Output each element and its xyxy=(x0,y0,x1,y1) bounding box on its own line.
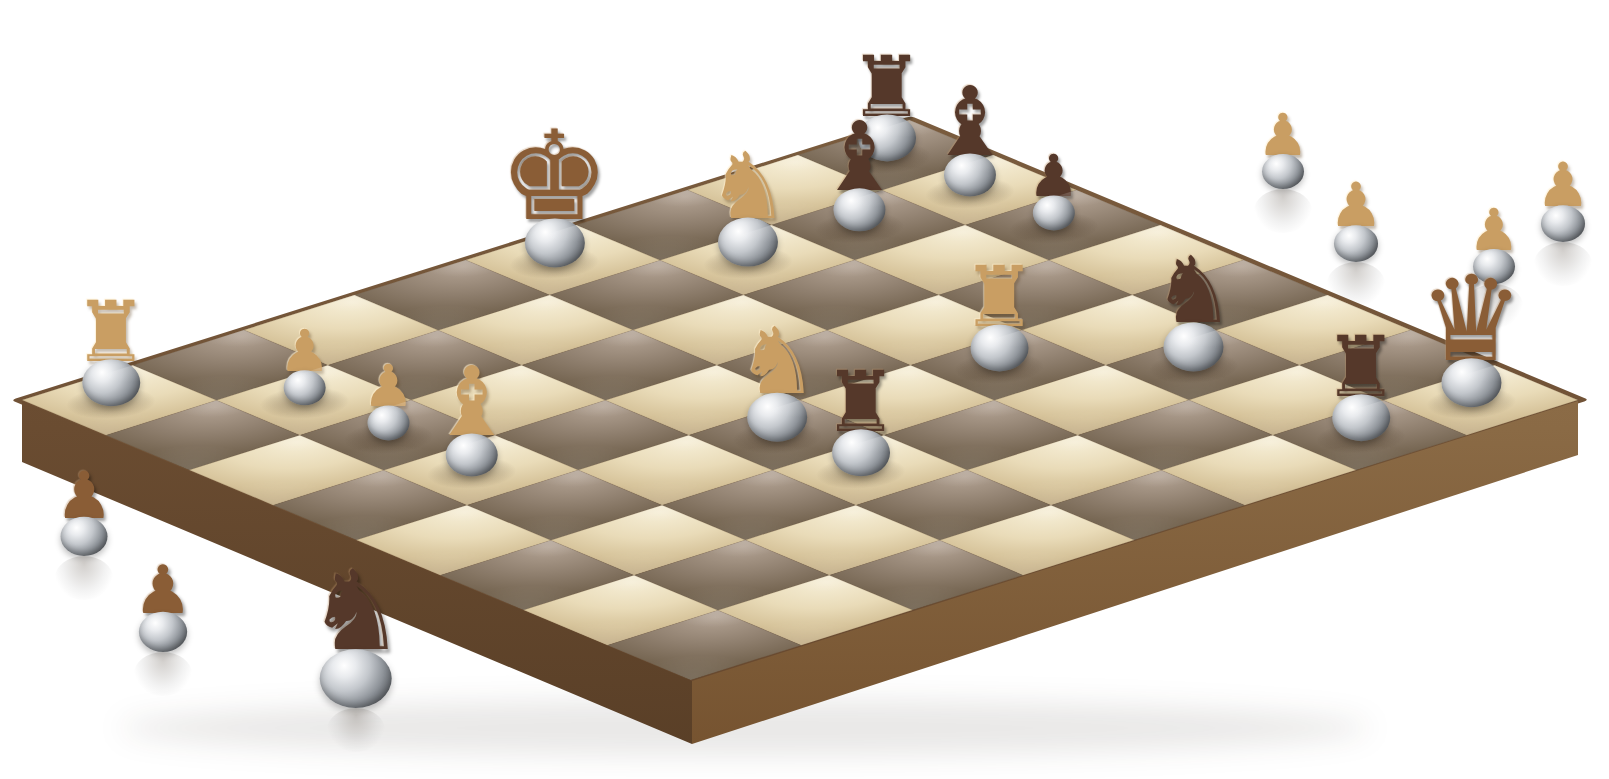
floor-reflection xyxy=(134,652,192,696)
floor-reflection xyxy=(55,556,113,600)
chrome-ball-base xyxy=(139,612,187,652)
product-photo-stage: ♟♟♟♟ ♜♝♟♛♝♞♜♞♜♚♞♜♟♟♝♜ ♟♟♞ xyxy=(0,0,1609,779)
offboard-pieces-floor: ♟♟♞ xyxy=(0,0,1609,779)
chrome-ball-base xyxy=(320,649,392,708)
chrome-ball-base xyxy=(60,517,107,556)
floor-reflection xyxy=(327,708,385,752)
